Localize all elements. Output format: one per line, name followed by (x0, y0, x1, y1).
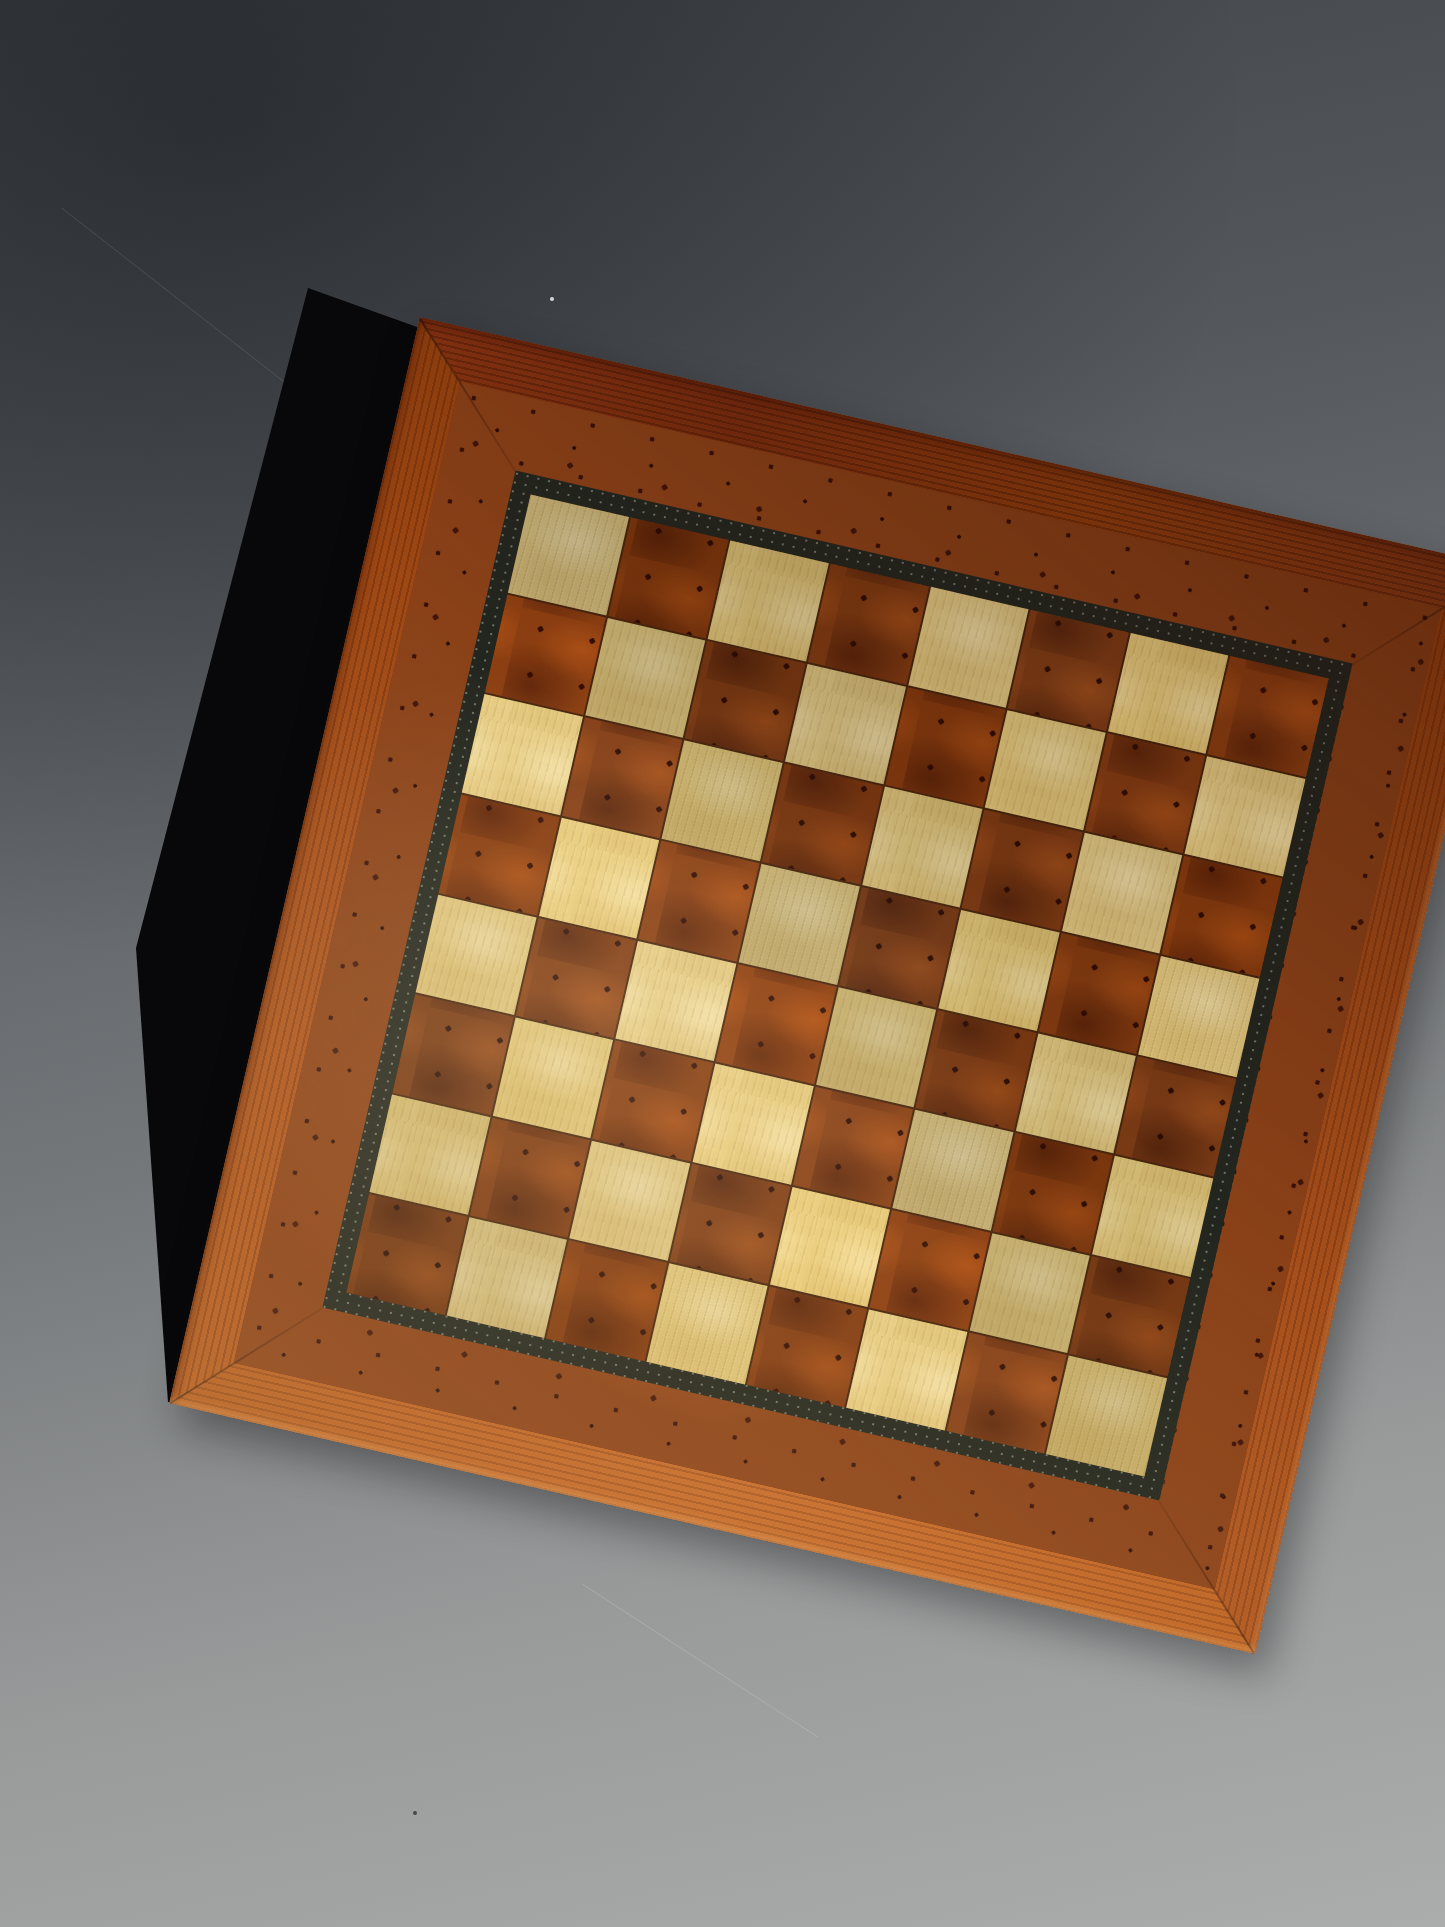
square-e2[interactable] (769, 1187, 890, 1308)
square-d8[interactable] (808, 564, 929, 685)
square-b5[interactable] (539, 817, 660, 938)
square-f6[interactable] (962, 810, 1083, 931)
square-e3[interactable] (793, 1087, 914, 1208)
square-a6[interactable] (462, 694, 583, 815)
square-e8[interactable] (908, 587, 1029, 708)
square-e7[interactable] (885, 687, 1006, 808)
square-e4[interactable] (816, 987, 937, 1108)
square-b2[interactable] (469, 1117, 590, 1238)
square-g3[interactable] (993, 1133, 1114, 1254)
square-c4[interactable] (616, 941, 737, 1062)
square-g7[interactable] (1085, 733, 1206, 854)
square-g6[interactable] (1062, 833, 1183, 954)
square-g2[interactable] (969, 1233, 1090, 1354)
square-f7[interactable] (985, 710, 1106, 831)
square-f3[interactable] (893, 1110, 1014, 1231)
square-c3[interactable] (593, 1041, 714, 1162)
square-a4[interactable] (416, 894, 537, 1015)
square-c7[interactable] (685, 641, 806, 762)
photo-stage (0, 0, 1445, 1927)
square-c8[interactable] (708, 541, 829, 662)
surface-speck (413, 1811, 417, 1815)
square-c5[interactable] (639, 841, 760, 962)
square-g4[interactable] (1016, 1033, 1137, 1154)
square-a7[interactable] (485, 594, 606, 715)
square-a2[interactable] (369, 1094, 490, 1215)
square-g8[interactable] (1108, 633, 1229, 754)
square-c2[interactable] (569, 1141, 690, 1262)
square-g5[interactable] (1039, 933, 1160, 1054)
square-d5[interactable] (739, 864, 860, 985)
square-d3[interactable] (693, 1064, 814, 1185)
square-f8[interactable] (1008, 610, 1129, 731)
square-e5[interactable] (839, 887, 960, 1008)
square-f5[interactable] (939, 910, 1060, 1031)
square-d6[interactable] (762, 764, 883, 885)
square-b7[interactable] (585, 617, 706, 738)
square-a8[interactable] (508, 494, 629, 615)
square-b4[interactable] (516, 917, 637, 1038)
square-a5[interactable] (439, 794, 560, 915)
square-c6[interactable] (662, 741, 783, 862)
square-b8[interactable] (608, 517, 729, 638)
square-d7[interactable] (785, 664, 906, 785)
square-b6[interactable] (562, 717, 683, 838)
square-a3[interactable] (393, 994, 514, 1115)
square-b3[interactable] (493, 1017, 614, 1138)
square-e6[interactable] (862, 787, 983, 908)
square-d2[interactable] (669, 1164, 790, 1285)
square-d4[interactable] (716, 964, 837, 1085)
square-f2[interactable] (869, 1210, 990, 1331)
dust-speck (550, 297, 554, 301)
square-f4[interactable] (916, 1010, 1037, 1131)
